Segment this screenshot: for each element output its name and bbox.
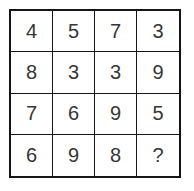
grid-cell-r1c4: 3 bbox=[137, 11, 179, 52]
grid-cell-r2c3: 3 bbox=[95, 52, 137, 93]
grid-cell-r1c3: 7 bbox=[95, 11, 137, 52]
grid-cell-r3c2: 6 bbox=[53, 94, 95, 135]
grid-cell-r4c2: 9 bbox=[53, 135, 95, 176]
grid-cell-r2c4: 9 bbox=[137, 52, 179, 93]
grid-cell-r4c1: 6 bbox=[11, 135, 53, 176]
grid-cell-r2c1: 8 bbox=[11, 52, 53, 93]
grid-cell-r3c1: 7 bbox=[11, 94, 53, 135]
grid-cell-r4c3: 8 bbox=[95, 135, 137, 176]
puzzle-grid: 457383397695698? bbox=[9, 9, 181, 178]
grid-cell-r4c4: ? bbox=[137, 135, 179, 176]
grid-cell-r3c4: 5 bbox=[137, 94, 179, 135]
grid-cell-r3c3: 9 bbox=[95, 94, 137, 135]
grid-cell-r1c2: 5 bbox=[53, 11, 95, 52]
grid-cell-r1c1: 4 bbox=[11, 11, 53, 52]
grid-cell-r2c2: 3 bbox=[53, 52, 95, 93]
